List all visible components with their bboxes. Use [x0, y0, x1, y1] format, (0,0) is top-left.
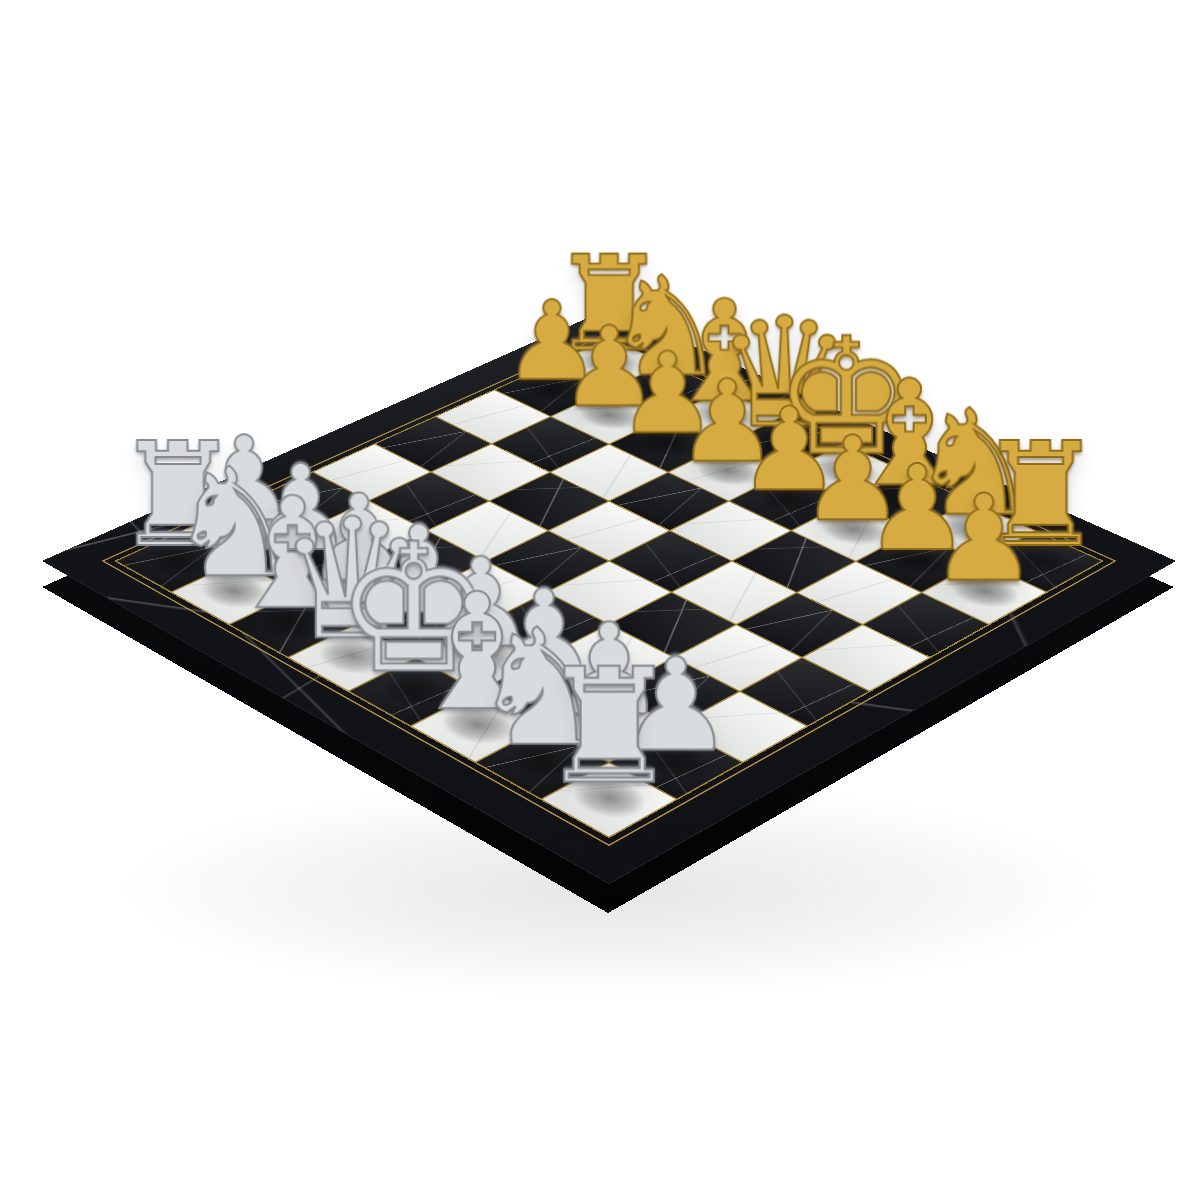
piece-glyph: ♟ [883, 479, 1086, 599]
piece-glyph: ♜ [499, 647, 720, 806]
scene: ♜♞♝♛♚♝♞♜♟♟♟♟♟♟♟♟♟♟♟♟♟♟♟♟♜♞♝♛♚♝♞♜ [0, 0, 1200, 1200]
square-h1[interactable]: ♜ [543, 763, 676, 836]
board-grid: ♜♞♝♛♚♝♞♜♟♟♟♟♟♟♟♟♟♟♟♟♟♟♟♟♜♞♝♛♚♝♞♜ [114, 337, 1104, 838]
